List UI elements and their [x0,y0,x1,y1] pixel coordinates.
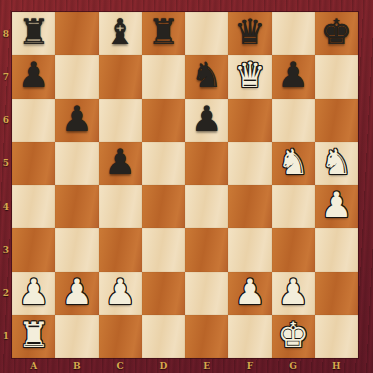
square-d5[interactable] [142,142,185,185]
file-label-a: A [12,358,55,373]
square-a8[interactable]: ♜ [12,12,55,55]
file-label-b: B [55,358,98,373]
square-c2[interactable]: ♟ [99,272,142,315]
file-label-g: G [272,358,315,373]
square-a5[interactable] [12,142,55,185]
piece-white-king: ♚ [277,314,308,357]
square-g7[interactable]: ♟ [272,55,315,98]
piece-black-rook: ♜ [18,11,49,54]
square-d4[interactable] [142,185,185,228]
chess-board-frame: 87654321 ♜♝♜♛♚♟♞♛♟♟♟♟♞♞♟♟♟♟♟♟♜♚ ABCDEFGH [0,0,373,373]
square-c5[interactable]: ♟ [99,142,142,185]
square-b7[interactable] [55,55,98,98]
square-h7[interactable] [315,55,358,98]
file-label-h: H [315,358,358,373]
square-f2[interactable]: ♟ [228,272,271,315]
piece-white-knight: ♞ [321,141,352,184]
piece-black-king: ♚ [321,11,352,54]
square-h8[interactable]: ♚ [315,12,358,55]
square-f4[interactable] [228,185,271,228]
square-a7[interactable]: ♟ [12,55,55,98]
piece-white-rook: ♜ [18,314,49,357]
piece-black-pawn: ♟ [104,141,135,184]
square-b1[interactable] [55,315,98,358]
square-h6[interactable] [315,99,358,142]
square-b6[interactable]: ♟ [55,99,98,142]
square-g5[interactable]: ♞ [272,142,315,185]
square-a6[interactable] [12,99,55,142]
square-e7[interactable]: ♞ [185,55,228,98]
square-b2[interactable]: ♟ [55,272,98,315]
piece-black-bishop: ♝ [104,11,135,54]
rank-label-8: 8 [0,12,12,55]
square-f1[interactable] [228,315,271,358]
square-f8[interactable]: ♛ [228,12,271,55]
square-h5[interactable]: ♞ [315,142,358,185]
square-c7[interactable] [99,55,142,98]
square-h4[interactable]: ♟ [315,185,358,228]
file-label-c: C [99,358,142,373]
rank-label-5: 5 [0,142,12,185]
piece-black-knight: ♞ [191,54,222,97]
square-a3[interactable] [12,228,55,271]
square-c4[interactable] [99,185,142,228]
square-f3[interactable] [228,228,271,271]
rank-label-4: 4 [0,185,12,228]
file-label-d: D [142,358,185,373]
rank-label-3: 3 [0,228,12,271]
square-a4[interactable] [12,185,55,228]
piece-black-rook: ♜ [148,11,179,54]
square-d1[interactable] [142,315,185,358]
square-g8[interactable] [272,12,315,55]
square-b5[interactable] [55,142,98,185]
square-e5[interactable] [185,142,228,185]
square-e2[interactable] [185,272,228,315]
square-g1[interactable]: ♚ [272,315,315,358]
square-d2[interactable] [142,272,185,315]
square-d7[interactable] [142,55,185,98]
rank-label-2: 2 [0,272,12,315]
square-h1[interactable] [315,315,358,358]
piece-white-knight: ♞ [277,141,308,184]
piece-black-pawn: ♟ [277,54,308,97]
square-g6[interactable] [272,99,315,142]
square-f6[interactable] [228,99,271,142]
square-e1[interactable] [185,315,228,358]
square-a2[interactable]: ♟ [12,272,55,315]
square-h2[interactable] [315,272,358,315]
file-label-f: F [228,358,271,373]
square-d8[interactable]: ♜ [142,12,185,55]
rank-label-6: 6 [0,99,12,142]
piece-white-pawn: ♟ [321,184,352,227]
square-b8[interactable] [55,12,98,55]
square-b4[interactable] [55,185,98,228]
chess-board: ♜♝♜♛♚♟♞♛♟♟♟♟♞♞♟♟♟♟♟♟♜♚ [12,12,358,358]
piece-black-pawn: ♟ [191,98,222,141]
piece-white-pawn: ♟ [61,271,92,314]
square-g4[interactable] [272,185,315,228]
square-g3[interactable] [272,228,315,271]
file-label-e: E [185,358,228,373]
piece-white-pawn: ♟ [18,271,49,314]
square-e3[interactable] [185,228,228,271]
square-e8[interactable] [185,12,228,55]
square-d3[interactable] [142,228,185,271]
square-f5[interactable] [228,142,271,185]
square-h3[interactable] [315,228,358,271]
piece-white-pawn: ♟ [104,271,135,314]
piece-white-pawn: ♟ [277,271,308,314]
piece-black-pawn: ♟ [61,98,92,141]
file-coordinates: ABCDEFGH [12,358,358,373]
square-c3[interactable] [99,228,142,271]
rank-label-7: 7 [0,55,12,98]
square-c8[interactable]: ♝ [99,12,142,55]
square-c6[interactable] [99,99,142,142]
piece-black-pawn: ♟ [18,54,49,97]
rank-coordinates: 87654321 [0,12,12,358]
rank-label-1: 1 [0,315,12,358]
piece-white-queen: ♛ [234,54,265,97]
square-c1[interactable] [99,315,142,358]
square-e6[interactable]: ♟ [185,99,228,142]
square-f7[interactable]: ♛ [228,55,271,98]
square-a1[interactable]: ♜ [12,315,55,358]
square-b3[interactable] [55,228,98,271]
piece-white-pawn: ♟ [234,271,265,314]
piece-black-queen: ♛ [234,11,265,54]
square-e4[interactable] [185,185,228,228]
square-d6[interactable] [142,99,185,142]
square-g2[interactable]: ♟ [272,272,315,315]
